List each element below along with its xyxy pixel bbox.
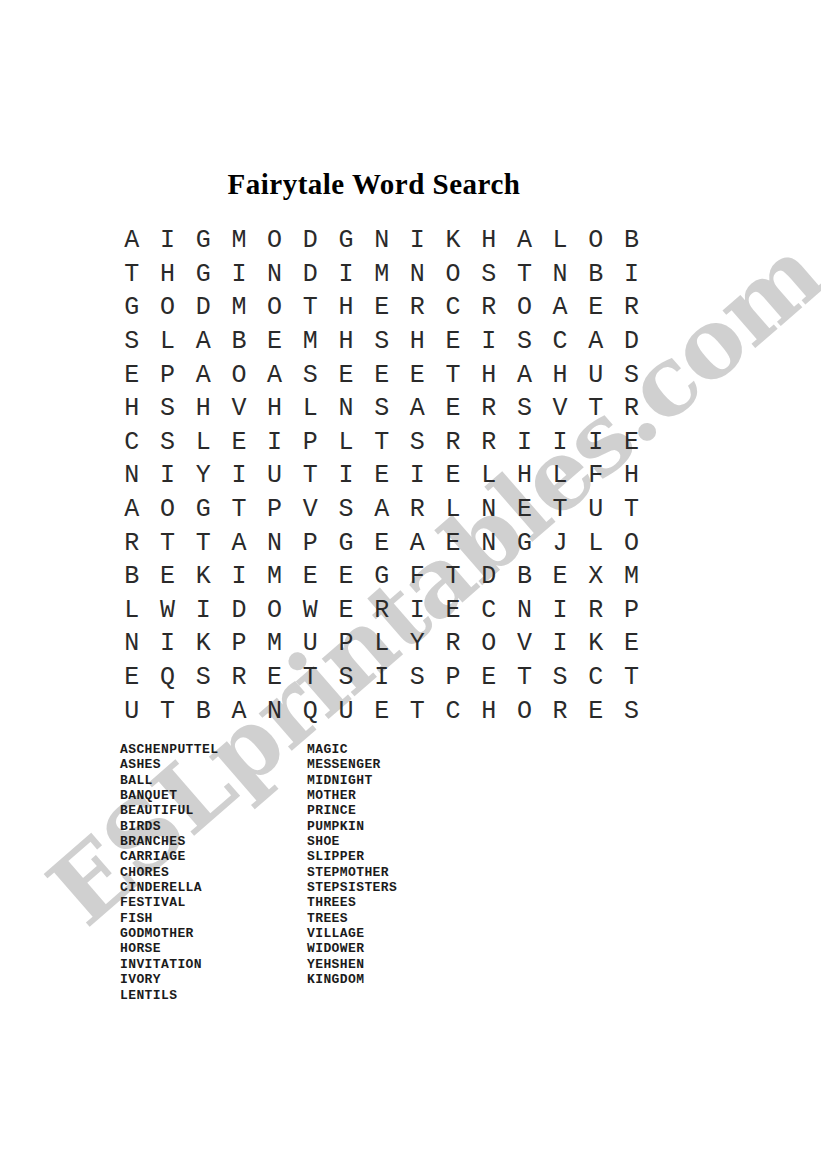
- grid-cell-r14c8: I: [364, 661, 400, 695]
- grid-cell-r8c13: L: [542, 459, 578, 493]
- grid-cell-r10c8: E: [364, 526, 400, 560]
- grid-cell-r6c9: A: [400, 392, 436, 426]
- grid-cell-r15c12: O: [507, 694, 543, 728]
- grid-cell-r4c7: H: [328, 325, 364, 359]
- grid-cell-r11c2: E: [150, 560, 186, 594]
- grid-cell-r2c6: D: [292, 258, 328, 292]
- grid-cell-r3c14: E: [578, 291, 614, 325]
- word-list-item: HORSE: [120, 941, 218, 956]
- word-list-item: STEPMOTHER: [307, 865, 397, 880]
- grid-cell-r8c5: U: [257, 459, 293, 493]
- grid-cell-r8c1: N: [114, 459, 150, 493]
- grid-cell-r13c9: Y: [400, 627, 436, 661]
- grid-cell-r3c13: A: [542, 291, 578, 325]
- word-list-item: BANQUET: [120, 788, 218, 803]
- grid-cell-r9c2: O: [150, 493, 186, 527]
- grid-cell-r13c12: V: [507, 627, 543, 661]
- grid-cell-r5c4: O: [221, 358, 257, 392]
- grid-cell-r10c5: N: [257, 526, 293, 560]
- grid-cell-r12c12: N: [507, 594, 543, 628]
- grid-cell-r15c9: T: [400, 694, 436, 728]
- grid-cell-r15c8: E: [364, 694, 400, 728]
- grid-cell-r15c3: B: [185, 694, 221, 728]
- grid-cell-r8c10: E: [435, 459, 471, 493]
- puzzle-title: Fairytale Word Search: [0, 168, 748, 201]
- grid-cell-r5c12: A: [507, 358, 543, 392]
- grid-cell-r2c3: G: [185, 258, 221, 292]
- grid-cell-r2c4: I: [221, 258, 257, 292]
- grid-cell-r12c5: O: [257, 594, 293, 628]
- grid-cell-r4c2: L: [150, 325, 186, 359]
- grid-cell-r12c13: I: [542, 594, 578, 628]
- grid-cell-r12c10: E: [435, 594, 471, 628]
- grid-cell-r4c11: I: [471, 325, 507, 359]
- grid-cell-r12c7: E: [328, 594, 364, 628]
- grid-cell-r9c1: A: [114, 493, 150, 527]
- grid-cell-r6c5: H: [257, 392, 293, 426]
- word-search-grid: AIGMODGNIKHALOBTHGINDIMNOSTNBIGODMOTHERC…: [114, 224, 649, 728]
- grid-cell-r12c15: P: [614, 594, 650, 628]
- grid-cell-r2c12: T: [507, 258, 543, 292]
- grid-cell-r6c11: R: [471, 392, 507, 426]
- grid-cell-r1c11: H: [471, 224, 507, 258]
- grid-cell-r13c11: O: [471, 627, 507, 661]
- word-list-item: LENTILS: [120, 988, 218, 1003]
- grid-cell-r5c8: E: [364, 358, 400, 392]
- grid-cell-r4c14: A: [578, 325, 614, 359]
- grid-cell-r2c8: M: [364, 258, 400, 292]
- grid-cell-r4c9: H: [400, 325, 436, 359]
- grid-cell-r5c10: T: [435, 358, 471, 392]
- grid-cell-r9c12: E: [507, 493, 543, 527]
- grid-cell-r11c11: D: [471, 560, 507, 594]
- grid-cell-r7c5: I: [257, 426, 293, 460]
- grid-cell-r7c11: R: [471, 426, 507, 460]
- grid-cell-r8c8: E: [364, 459, 400, 493]
- grid-cell-r7c1: C: [114, 426, 150, 460]
- word-list-item: BEAUTIFUL: [120, 803, 218, 818]
- grid-cell-r6c4: V: [221, 392, 257, 426]
- grid-cell-r11c7: E: [328, 560, 364, 594]
- word-list-item: WIDOWER: [307, 941, 397, 956]
- grid-cell-r15c15: S: [614, 694, 650, 728]
- grid-cell-r15c4: A: [221, 694, 257, 728]
- grid-cell-r1c6: D: [292, 224, 328, 258]
- grid-cell-r9c10: L: [435, 493, 471, 527]
- grid-cell-r9c5: P: [257, 493, 293, 527]
- grid-cell-r10c9: A: [400, 526, 436, 560]
- grid-cell-r12c4: D: [221, 594, 257, 628]
- grid-cell-r11c12: B: [507, 560, 543, 594]
- grid-cell-r14c3: S: [185, 661, 221, 695]
- grid-cell-r11c1: B: [114, 560, 150, 594]
- word-list-item: CINDERELLA: [120, 880, 218, 895]
- grid-cell-r7c14: I: [578, 426, 614, 460]
- grid-cell-r9c14: U: [578, 493, 614, 527]
- grid-cell-r15c13: R: [542, 694, 578, 728]
- grid-cell-r12c1: L: [114, 594, 150, 628]
- word-list-item: CHORES: [120, 865, 218, 880]
- grid-cell-r6c3: H: [185, 392, 221, 426]
- word-list-item: BIRDS: [120, 819, 218, 834]
- grid-cell-r11c14: X: [578, 560, 614, 594]
- grid-cell-r1c15: B: [614, 224, 650, 258]
- grid-cell-r13c14: K: [578, 627, 614, 661]
- grid-cell-r1c12: A: [507, 224, 543, 258]
- grid-cell-r2c14: B: [578, 258, 614, 292]
- grid-cell-r2c5: N: [257, 258, 293, 292]
- grid-cell-r10c7: G: [328, 526, 364, 560]
- word-list-item: ASCHENPUTTEL: [120, 742, 218, 757]
- grid-cell-r3c1: G: [114, 291, 150, 325]
- word-list-item: BALL: [120, 773, 218, 788]
- grid-cell-r9c8: A: [364, 493, 400, 527]
- grid-cell-r11c5: M: [257, 560, 293, 594]
- grid-cell-r12c11: C: [471, 594, 507, 628]
- grid-cell-r6c13: V: [542, 392, 578, 426]
- grid-cell-r14c7: S: [328, 661, 364, 695]
- word-list-item: MAGIC: [307, 742, 397, 757]
- grid-cell-r10c1: R: [114, 526, 150, 560]
- grid-cell-r8c15: H: [614, 459, 650, 493]
- word-list-item: STEPSISTERS: [307, 880, 397, 895]
- grid-cell-r14c15: T: [614, 661, 650, 695]
- grid-cell-r8c7: I: [328, 459, 364, 493]
- word-list-item: MESSENGER: [307, 757, 397, 772]
- grid-cell-r8c6: T: [292, 459, 328, 493]
- grid-cell-r3c9: R: [400, 291, 436, 325]
- grid-cell-r15c6: Q: [292, 694, 328, 728]
- grid-cell-r9c3: G: [185, 493, 221, 527]
- grid-cell-r10c3: T: [185, 526, 221, 560]
- grid-cell-r6c8: S: [364, 392, 400, 426]
- grid-cell-r15c5: N: [257, 694, 293, 728]
- grid-cell-r3c12: O: [507, 291, 543, 325]
- word-list-item: MIDNIGHT: [307, 773, 397, 788]
- grid-cell-r2c7: I: [328, 258, 364, 292]
- grid-cell-r13c6: U: [292, 627, 328, 661]
- grid-cell-r11c15: M: [614, 560, 650, 594]
- grid-cell-r11c4: I: [221, 560, 257, 594]
- grid-cell-r9c7: S: [328, 493, 364, 527]
- grid-cell-r14c5: E: [257, 661, 293, 695]
- word-list-item: KINGDOM: [307, 972, 397, 987]
- grid-cell-r2c15: I: [614, 258, 650, 292]
- grid-cell-r10c15: O: [614, 526, 650, 560]
- grid-cell-r1c10: K: [435, 224, 471, 258]
- grid-cell-r7c10: R: [435, 426, 471, 460]
- grid-cell-r11c6: E: [292, 560, 328, 594]
- grid-cell-r11c8: G: [364, 560, 400, 594]
- grid-cell-r6c14: T: [578, 392, 614, 426]
- grid-cell-r15c7: U: [328, 694, 364, 728]
- grid-cell-r14c12: T: [507, 661, 543, 695]
- grid-cell-r4c1: S: [114, 325, 150, 359]
- grid-cell-r6c10: E: [435, 392, 471, 426]
- word-list-item: GODMOTHER: [120, 926, 218, 941]
- grid-cell-r14c9: S: [400, 661, 436, 695]
- grid-cell-r5c9: E: [400, 358, 436, 392]
- grid-cell-r5c2: P: [150, 358, 186, 392]
- grid-cell-r13c5: M: [257, 627, 293, 661]
- grid-cell-r10c6: P: [292, 526, 328, 560]
- grid-cell-r13c2: I: [150, 627, 186, 661]
- grid-cell-r10c11: N: [471, 526, 507, 560]
- grid-cell-r3c2: O: [150, 291, 186, 325]
- grid-cell-r11c3: K: [185, 560, 221, 594]
- grid-cell-r10c2: T: [150, 526, 186, 560]
- grid-cell-r2c11: S: [471, 258, 507, 292]
- word-list-item: YEHSHEN: [307, 957, 397, 972]
- grid-cell-r12c6: W: [292, 594, 328, 628]
- grid-cell-r2c13: N: [542, 258, 578, 292]
- grid-cell-r12c9: I: [400, 594, 436, 628]
- grid-cell-r7c9: S: [400, 426, 436, 460]
- grid-cell-r13c15: E: [614, 627, 650, 661]
- grid-cell-r3c6: T: [292, 291, 328, 325]
- grid-cell-r1c1: A: [114, 224, 150, 258]
- grid-cell-r7c15: E: [614, 426, 650, 460]
- word-list-item: SHOE: [307, 834, 397, 849]
- grid-cell-r8c12: H: [507, 459, 543, 493]
- grid-cell-r8c4: I: [221, 459, 257, 493]
- word-list-left-column: ASCHENPUTTELASHESBALLBANQUETBEAUTIFULBIR…: [120, 742, 218, 1003]
- grid-cell-r1c4: M: [221, 224, 257, 258]
- grid-cell-r1c5: O: [257, 224, 293, 258]
- grid-cell-r4c10: E: [435, 325, 471, 359]
- grid-cell-r3c15: R: [614, 291, 650, 325]
- grid-cell-r1c7: G: [328, 224, 364, 258]
- grid-cell-r9c13: T: [542, 493, 578, 527]
- grid-cell-r13c8: L: [364, 627, 400, 661]
- grid-cell-r6c7: N: [328, 392, 364, 426]
- grid-cell-r14c14: C: [578, 661, 614, 695]
- grid-cell-r1c13: L: [542, 224, 578, 258]
- grid-cell-r12c8: R: [364, 594, 400, 628]
- word-list-item: VILLAGE: [307, 926, 397, 941]
- grid-cell-r9c15: T: [614, 493, 650, 527]
- grid-cell-r14c10: P: [435, 661, 471, 695]
- grid-cell-r7c4: E: [221, 426, 257, 460]
- grid-cell-r7c3: L: [185, 426, 221, 460]
- grid-cell-r4c3: A: [185, 325, 221, 359]
- grid-cell-r5c3: A: [185, 358, 221, 392]
- grid-cell-r5c11: H: [471, 358, 507, 392]
- grid-cell-r10c4: A: [221, 526, 257, 560]
- grid-cell-r10c10: E: [435, 526, 471, 560]
- grid-cell-r4c4: B: [221, 325, 257, 359]
- word-list-item: INVITATION: [120, 957, 218, 972]
- grid-cell-r15c14: E: [578, 694, 614, 728]
- grid-cell-r7c6: P: [292, 426, 328, 460]
- grid-cell-r5c15: S: [614, 358, 650, 392]
- grid-cell-r3c10: C: [435, 291, 471, 325]
- grid-cell-r11c10: T: [435, 560, 471, 594]
- grid-cell-r5c13: H: [542, 358, 578, 392]
- grid-cell-r9c4: T: [221, 493, 257, 527]
- grid-cell-r4c13: C: [542, 325, 578, 359]
- grid-cell-r12c2: W: [150, 594, 186, 628]
- grid-cell-r1c3: G: [185, 224, 221, 258]
- grid-cell-r9c11: N: [471, 493, 507, 527]
- grid-cell-r13c4: P: [221, 627, 257, 661]
- grid-cell-r6c1: H: [114, 392, 150, 426]
- word-list-item: ASHES: [120, 757, 218, 772]
- grid-cell-r3c4: M: [221, 291, 257, 325]
- grid-cell-r7c7: L: [328, 426, 364, 460]
- grid-cell-r14c2: Q: [150, 661, 186, 695]
- word-list-item: SLIPPER: [307, 849, 397, 864]
- grid-cell-r5c14: U: [578, 358, 614, 392]
- grid-cell-r12c3: I: [185, 594, 221, 628]
- grid-cell-r3c11: R: [471, 291, 507, 325]
- grid-cell-r1c2: I: [150, 224, 186, 258]
- grid-cell-r1c9: I: [400, 224, 436, 258]
- grid-cell-r13c10: R: [435, 627, 471, 661]
- grid-cell-r9c6: V: [292, 493, 328, 527]
- grid-cell-r7c12: I: [507, 426, 543, 460]
- grid-cell-r15c10: C: [435, 694, 471, 728]
- word-list-item: CARRIAGE: [120, 849, 218, 864]
- grid-cell-r14c11: E: [471, 661, 507, 695]
- grid-cell-r4c6: M: [292, 325, 328, 359]
- grid-cell-r7c8: T: [364, 426, 400, 460]
- grid-cell-r14c6: T: [292, 661, 328, 695]
- grid-cell-r11c13: E: [542, 560, 578, 594]
- grid-cell-r15c2: T: [150, 694, 186, 728]
- grid-cell-r10c14: L: [578, 526, 614, 560]
- grid-cell-r15c1: U: [114, 694, 150, 728]
- word-list-item: FISH: [120, 911, 218, 926]
- grid-cell-r14c4: R: [221, 661, 257, 695]
- grid-cell-r11c9: F: [400, 560, 436, 594]
- grid-cell-r13c7: P: [328, 627, 364, 661]
- grid-cell-r4c8: S: [364, 325, 400, 359]
- grid-cell-r5c5: A: [257, 358, 293, 392]
- word-list-item: BRANCHES: [120, 834, 218, 849]
- grid-cell-r4c15: D: [614, 325, 650, 359]
- grid-cell-r2c9: N: [400, 258, 436, 292]
- grid-cell-r9c9: R: [400, 493, 436, 527]
- grid-cell-r2c1: T: [114, 258, 150, 292]
- grid-cell-r3c8: E: [364, 291, 400, 325]
- grid-cell-r2c2: H: [150, 258, 186, 292]
- grid-cell-r2c10: O: [435, 258, 471, 292]
- word-list-item: MOTHER: [307, 788, 397, 803]
- grid-cell-r1c8: N: [364, 224, 400, 258]
- grid-cell-r8c14: F: [578, 459, 614, 493]
- grid-cell-r10c12: G: [507, 526, 543, 560]
- grid-cell-r14c1: E: [114, 661, 150, 695]
- grid-cell-r4c12: S: [507, 325, 543, 359]
- worksheet-page: ESLprintables.com Fairytale Word Search …: [0, 0, 821, 1169]
- grid-cell-r8c2: I: [150, 459, 186, 493]
- grid-cell-r6c15: R: [614, 392, 650, 426]
- grid-cell-r13c3: K: [185, 627, 221, 661]
- grid-cell-r8c9: I: [400, 459, 436, 493]
- grid-cell-r1c14: O: [578, 224, 614, 258]
- word-list-item: IVORY: [120, 972, 218, 987]
- grid-cell-r7c13: I: [542, 426, 578, 460]
- word-list-item: PUMPKIN: [307, 819, 397, 834]
- grid-cell-r7c2: S: [150, 426, 186, 460]
- word-list-right-column: MAGICMESSENGERMIDNIGHTMOTHERPRINCEPUMPKI…: [307, 742, 397, 988]
- grid-cell-r6c12: S: [507, 392, 543, 426]
- grid-cell-r10c13: J: [542, 526, 578, 560]
- word-list-item: TREES: [307, 911, 397, 926]
- grid-cell-r3c5: O: [257, 291, 293, 325]
- grid-cell-r5c1: E: [114, 358, 150, 392]
- grid-cell-r12c14: R: [578, 594, 614, 628]
- grid-cell-r8c3: Y: [185, 459, 221, 493]
- grid-cell-r3c3: D: [185, 291, 221, 325]
- word-list-item: THREES: [307, 895, 397, 910]
- word-list-item: FESTIVAL: [120, 895, 218, 910]
- grid-cell-r5c6: S: [292, 358, 328, 392]
- grid-cell-r6c6: L: [292, 392, 328, 426]
- grid-cell-r4c5: E: [257, 325, 293, 359]
- grid-cell-r15c11: H: [471, 694, 507, 728]
- grid-cell-r14c13: S: [542, 661, 578, 695]
- grid-cell-r13c1: N: [114, 627, 150, 661]
- word-list-item: PRINCE: [307, 803, 397, 818]
- grid-cell-r13c13: I: [542, 627, 578, 661]
- grid-cell-r6c2: S: [150, 392, 186, 426]
- grid-cell-r5c7: E: [328, 358, 364, 392]
- grid-cell-r8c11: L: [471, 459, 507, 493]
- grid-cell-r3c7: H: [328, 291, 364, 325]
